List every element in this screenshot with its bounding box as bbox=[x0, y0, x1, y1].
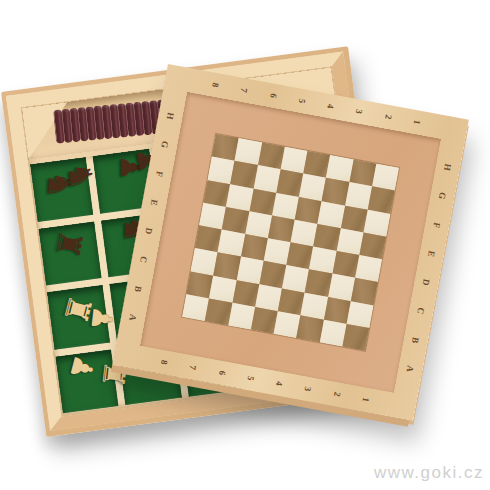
product-photo: ♞♞♟♟♝♜♞♟♜♟♟♜♟ 87654321 87654321 HGFEDCBA… bbox=[0, 0, 490, 490]
square-a1 bbox=[342, 324, 369, 351]
board-grid bbox=[182, 134, 399, 351]
board-inner-border bbox=[140, 92, 441, 393]
chess-board: 87654321 87654321 HGFEDCBA HGFEDCBA bbox=[112, 64, 469, 421]
stored-piece-light-pawn: ♟ bbox=[86, 304, 117, 332]
watermark-text: www.goki.cz bbox=[374, 463, 484, 483]
checkers-stack bbox=[53, 99, 168, 144]
stored-piece-dark-rook: ♜ bbox=[51, 227, 88, 261]
stored-piece-dark-knight: ♞ bbox=[63, 160, 98, 193]
